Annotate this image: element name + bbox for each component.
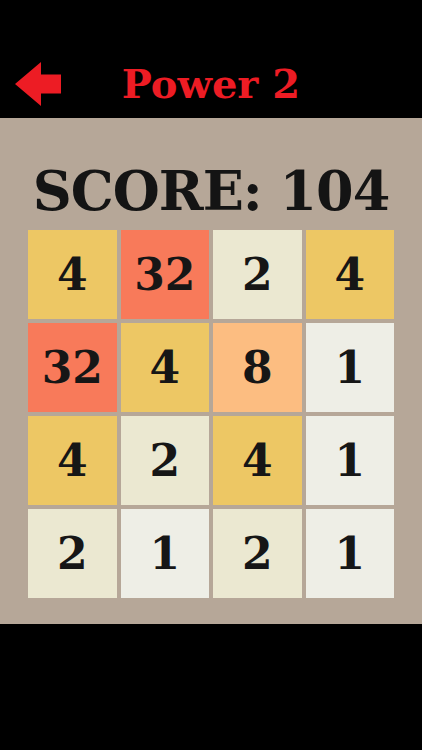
game-board[interactable]: 432243248142412121: [28, 230, 394, 598]
page-title: Power 2: [0, 58, 422, 110]
tile-r4c3: 2: [213, 509, 302, 598]
tile-r1c2: 32: [121, 230, 210, 319]
tile-r4c4: 1: [306, 509, 395, 598]
tile-r3c1: 4: [28, 416, 117, 505]
app-screen: Power 2 SCORE: 104 432243248142412121: [0, 0, 422, 750]
tile-r1c4: 4: [306, 230, 395, 319]
header-row: Power 2: [0, 58, 422, 110]
tile-r2c3: 8: [213, 323, 302, 412]
score-display: SCORE: 104: [0, 164, 422, 218]
header-bar: Power 2: [0, 0, 422, 118]
tile-r2c1: 32: [28, 323, 117, 412]
tile-r1c3: 2: [213, 230, 302, 319]
tile-r3c4: 1: [306, 416, 395, 505]
tile-r2c2: 4: [121, 323, 210, 412]
tile-r4c1: 2: [28, 509, 117, 598]
tile-r1c1: 4: [28, 230, 117, 319]
tile-r3c2: 2: [121, 416, 210, 505]
tile-r3c3: 4: [213, 416, 302, 505]
tile-r2c4: 1: [306, 323, 395, 412]
tile-r4c2: 1: [121, 509, 210, 598]
footer-bar: [0, 624, 422, 750]
